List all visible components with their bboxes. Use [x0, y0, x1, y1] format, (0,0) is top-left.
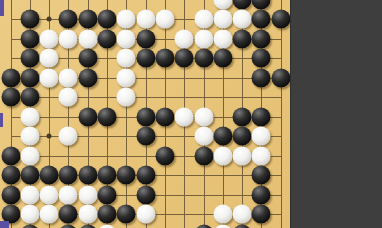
white-stone — [78, 205, 97, 224]
white-stone — [40, 49, 59, 68]
black-stone — [175, 49, 194, 68]
black-stone — [78, 49, 97, 68]
black-stone — [20, 10, 39, 29]
black-stone — [155, 146, 174, 165]
black-stone — [136, 107, 155, 126]
black-stone — [271, 68, 290, 87]
black-stone — [20, 224, 39, 228]
white-stone — [40, 68, 59, 87]
black-stone — [20, 88, 39, 107]
black-stone — [98, 205, 117, 224]
black-stone — [20, 49, 39, 68]
black-stone — [136, 166, 155, 185]
black-stone — [252, 49, 271, 68]
white-stone — [117, 29, 136, 48]
white-stone — [213, 0, 232, 9]
black-stone — [98, 29, 117, 48]
black-stone — [213, 127, 232, 146]
black-stone — [20, 166, 39, 185]
black-stone — [20, 29, 39, 48]
black-stone — [194, 146, 213, 165]
white-stone — [59, 29, 78, 48]
white-stone — [78, 185, 97, 204]
black-stone — [252, 107, 271, 126]
black-stone — [59, 166, 78, 185]
white-stone — [59, 185, 78, 204]
white-stone — [20, 185, 39, 204]
black-stone — [136, 29, 155, 48]
black-stone — [78, 224, 97, 228]
black-stone — [136, 49, 155, 68]
window-edge-artifact — [0, 221, 9, 228]
black-stone — [233, 224, 252, 228]
white-stone — [213, 224, 232, 228]
black-stone — [117, 166, 136, 185]
black-stone — [98, 10, 117, 29]
white-stone — [194, 107, 213, 126]
black-stone — [98, 166, 117, 185]
black-stone — [1, 166, 20, 185]
white-stone — [213, 29, 232, 48]
black-stone — [233, 29, 252, 48]
black-stone — [59, 10, 78, 29]
white-stone — [136, 10, 155, 29]
black-stone — [233, 107, 252, 126]
black-stone — [59, 205, 78, 224]
white-stone — [20, 107, 39, 126]
white-stone — [20, 205, 39, 224]
black-stone — [1, 185, 20, 204]
white-stone — [233, 10, 252, 29]
black-stone — [252, 29, 271, 48]
star-point — [47, 17, 52, 22]
white-stone — [252, 127, 271, 146]
white-stone — [213, 146, 232, 165]
white-stone — [117, 49, 136, 68]
grid-line-horizontal — [11, 97, 281, 98]
white-stone — [40, 29, 59, 48]
black-stone — [78, 68, 97, 87]
white-stone — [213, 10, 232, 29]
white-stone — [175, 107, 194, 126]
black-stone — [1, 146, 20, 165]
black-stone — [155, 107, 174, 126]
window-edge-artifact — [0, 113, 3, 127]
white-stone — [136, 205, 155, 224]
black-stone — [252, 205, 271, 224]
black-stone — [78, 166, 97, 185]
white-stone — [40, 205, 59, 224]
white-stone — [59, 127, 78, 146]
black-stone — [213, 49, 232, 68]
black-stone — [1, 68, 20, 87]
white-stone — [20, 127, 39, 146]
black-stone — [78, 10, 97, 29]
white-stone — [155, 10, 174, 29]
black-stone — [271, 10, 290, 29]
go-app-screenshot — [0, 0, 382, 228]
white-stone — [98, 224, 117, 228]
white-stone — [194, 29, 213, 48]
white-stone — [117, 88, 136, 107]
white-stone — [59, 68, 78, 87]
white-stone — [213, 205, 232, 224]
white-stone — [194, 127, 213, 146]
white-stone — [117, 10, 136, 29]
black-stone — [194, 224, 213, 228]
black-stone — [117, 205, 136, 224]
black-stone — [252, 10, 271, 29]
black-stone — [233, 0, 252, 9]
black-stone — [98, 107, 117, 126]
side-panel — [290, 0, 382, 228]
black-stone — [252, 0, 271, 9]
black-stone — [136, 185, 155, 204]
black-stone — [155, 49, 174, 68]
black-stone — [136, 127, 155, 146]
black-stone — [40, 166, 59, 185]
window-edge-artifact — [0, 0, 4, 16]
white-stone — [233, 146, 252, 165]
black-stone — [98, 185, 117, 204]
white-stone — [59, 88, 78, 107]
star-point — [47, 134, 52, 139]
white-stone — [78, 29, 97, 48]
black-stone — [59, 224, 78, 228]
white-stone — [194, 10, 213, 29]
white-stone — [117, 68, 136, 87]
black-stone — [78, 107, 97, 126]
go-board[interactable] — [0, 0, 290, 228]
black-stone — [1, 88, 20, 107]
white-stone — [40, 185, 59, 204]
black-stone — [252, 185, 271, 204]
black-stone — [194, 49, 213, 68]
grid-line-vertical — [281, 0, 282, 228]
white-stone — [233, 205, 252, 224]
black-stone — [20, 68, 39, 87]
black-stone — [252, 68, 271, 87]
white-stone — [175, 29, 194, 48]
black-stone — [233, 127, 252, 146]
white-stone — [252, 146, 271, 165]
white-stone — [20, 146, 39, 165]
black-stone — [252, 166, 271, 185]
